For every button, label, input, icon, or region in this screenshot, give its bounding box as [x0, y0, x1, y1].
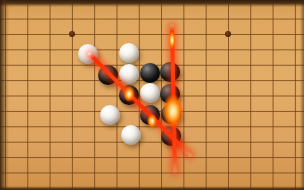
white-stone[interactable] [140, 83, 160, 103]
black-stone[interactable] [140, 63, 160, 83]
white-stone[interactable] [121, 125, 141, 145]
laser-flare [145, 111, 159, 131]
white-stone[interactable] [119, 43, 139, 63]
white-stone[interactable] [119, 64, 139, 84]
board-top-edge [0, 0, 304, 7]
laser-flare [121, 83, 137, 105]
board-left-edge [0, 0, 9, 190]
laser-flare [167, 27, 177, 53]
white-stone[interactable] [100, 105, 120, 125]
star-point [225, 31, 231, 37]
star-point [69, 31, 75, 37]
board-bottom-edge [0, 186, 304, 190]
board-right-edge [300, 0, 304, 190]
laser-flare [158, 87, 188, 135]
gomoku-board [0, 0, 304, 190]
